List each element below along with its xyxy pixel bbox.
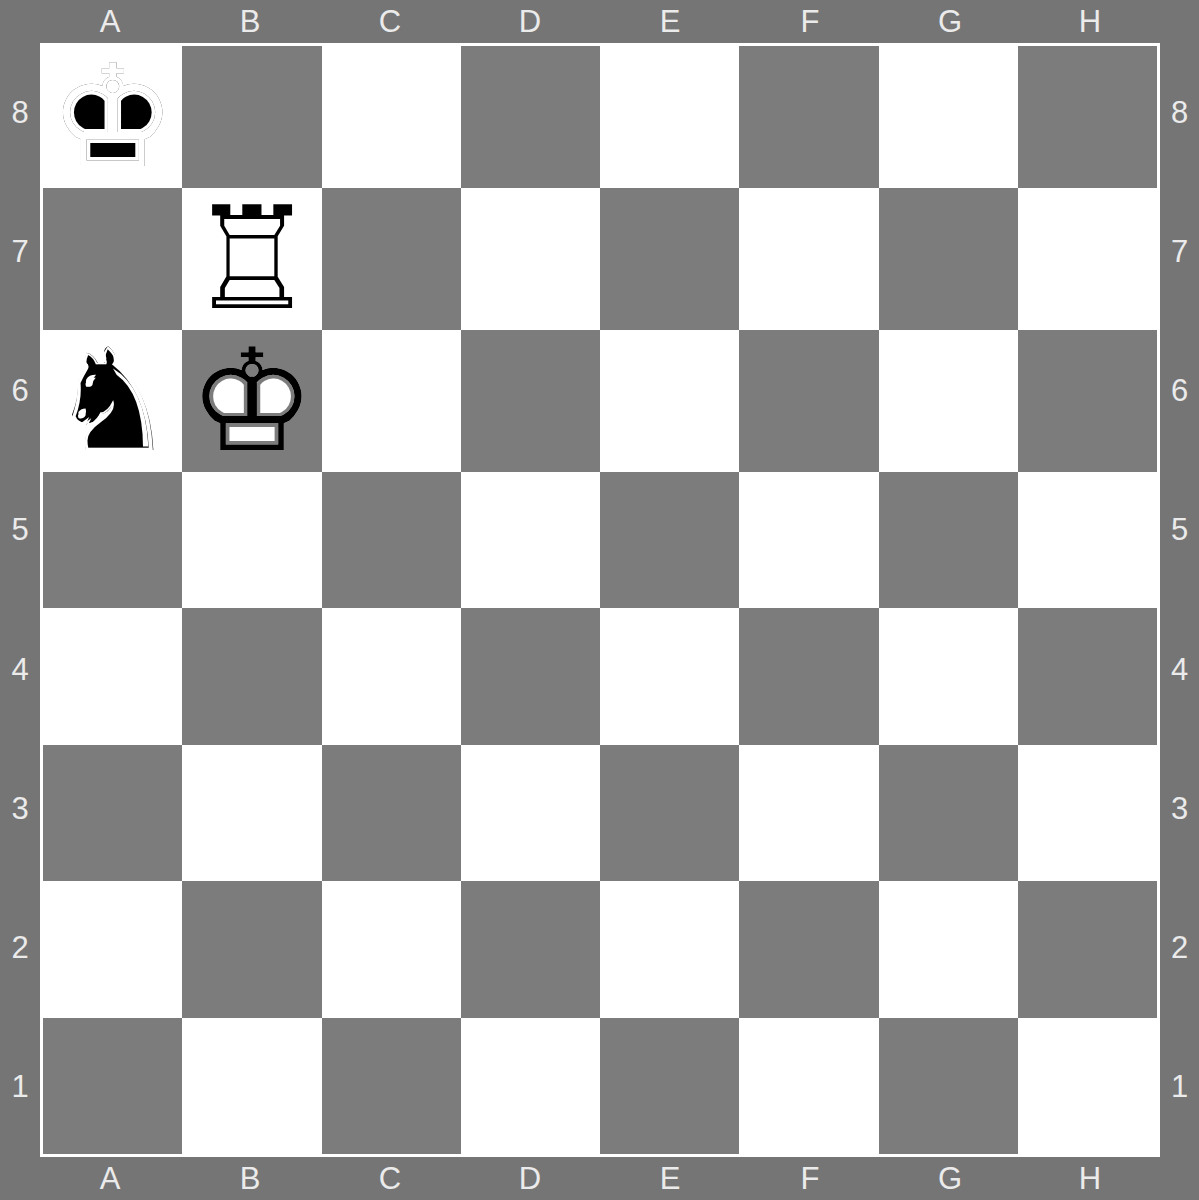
square-g2[interactable] [879, 881, 1018, 1017]
square-a5[interactable] [43, 472, 182, 608]
file-label-g: G [880, 0, 1020, 43]
square-d2[interactable] [461, 881, 600, 1017]
square-c6[interactable] [322, 330, 461, 472]
square-c1[interactable] [322, 1018, 461, 1154]
file-label-b: B [180, 1157, 320, 1200]
file-label-a: A [40, 1157, 180, 1200]
rank-label-4: 4 [1160, 600, 1199, 739]
square-d7[interactable] [461, 188, 600, 330]
square-h7[interactable] [1018, 188, 1157, 330]
square-f5[interactable] [739, 472, 878, 608]
square-e1[interactable] [600, 1018, 739, 1154]
file-label-d: D [460, 0, 600, 43]
black-king-outline-glyph: ♔ [49, 46, 176, 188]
rank-label-1: 1 [1160, 1018, 1199, 1157]
square-g3[interactable] [879, 745, 1018, 881]
square-h3[interactable] [1018, 745, 1157, 881]
square-h5[interactable] [1018, 472, 1157, 608]
square-c5[interactable] [322, 472, 461, 608]
square-d8[interactable] [461, 46, 600, 188]
square-e6[interactable] [600, 330, 739, 472]
square-e7[interactable] [600, 188, 739, 330]
file-labels-top: ABCDEFGH [40, 0, 1160, 43]
chessboard-frame: ABCDEFGH ABCDEFGH 87654321 87654321 ♚♔♜♖… [0, 0, 1199, 1200]
square-a4[interactable] [43, 608, 182, 744]
rank-label-5: 5 [1160, 461, 1199, 600]
black-knight[interactable]: ♞♘ [49, 330, 176, 472]
file-label-f: F [740, 1157, 880, 1200]
square-e5[interactable] [600, 472, 739, 608]
white-rook-outline-glyph: ♖ [188, 188, 315, 330]
rank-label-6: 6 [0, 322, 40, 461]
rank-label-6: 6 [1160, 322, 1199, 461]
file-label-f: F [740, 0, 880, 43]
file-label-e: E [600, 1157, 740, 1200]
square-d5[interactable] [461, 472, 600, 608]
square-h6[interactable] [1018, 330, 1157, 472]
square-f8[interactable] [739, 46, 878, 188]
square-g5[interactable] [879, 472, 1018, 608]
rank-label-7: 7 [0, 182, 40, 321]
file-label-d: D [460, 1157, 600, 1200]
square-b1[interactable] [182, 1018, 321, 1154]
square-a1[interactable] [43, 1018, 182, 1154]
square-f6[interactable] [739, 330, 878, 472]
square-e3[interactable] [600, 745, 739, 881]
square-h8[interactable] [1018, 46, 1157, 188]
square-g7[interactable] [879, 188, 1018, 330]
board: ♚♔♜♖♞♘♚♔ [40, 43, 1160, 1157]
square-g4[interactable] [879, 608, 1018, 744]
rank-label-3: 3 [1160, 739, 1199, 878]
rank-labels-left: 87654321 [0, 43, 40, 1157]
file-labels-bottom: ABCDEFGH [40, 1157, 1160, 1200]
black-king[interactable]: ♚♔ [49, 46, 176, 188]
file-label-c: C [320, 1157, 460, 1200]
square-b7[interactable]: ♜♖ [182, 188, 321, 330]
file-label-g: G [880, 1157, 1020, 1200]
square-h4[interactable] [1018, 608, 1157, 744]
square-d6[interactable] [461, 330, 600, 472]
square-a3[interactable] [43, 745, 182, 881]
square-f2[interactable] [739, 881, 878, 1017]
square-d1[interactable] [461, 1018, 600, 1154]
square-c2[interactable] [322, 881, 461, 1017]
white-king-outline-glyph: ♔ [188, 330, 315, 472]
white-rook[interactable]: ♜♖ [188, 188, 315, 330]
file-label-e: E [600, 0, 740, 43]
square-e4[interactable] [600, 608, 739, 744]
square-g6[interactable] [879, 330, 1018, 472]
file-label-c: C [320, 0, 460, 43]
rank-label-2: 2 [0, 879, 40, 1018]
rank-label-7: 7 [1160, 182, 1199, 321]
file-label-h: H [1020, 1157, 1160, 1200]
square-d4[interactable] [461, 608, 600, 744]
square-d3[interactable] [461, 745, 600, 881]
rank-label-8: 8 [1160, 43, 1199, 182]
square-b6[interactable]: ♚♔ [182, 330, 321, 472]
square-b3[interactable] [182, 745, 321, 881]
square-c8[interactable] [322, 46, 461, 188]
square-b2[interactable] [182, 881, 321, 1017]
square-c7[interactable] [322, 188, 461, 330]
square-f3[interactable] [739, 745, 878, 881]
square-b8[interactable] [182, 46, 321, 188]
square-c4[interactable] [322, 608, 461, 744]
square-e8[interactable] [600, 46, 739, 188]
square-h1[interactable] [1018, 1018, 1157, 1154]
square-a2[interactable] [43, 881, 182, 1017]
rank-label-8: 8 [0, 43, 40, 182]
square-e2[interactable] [600, 881, 739, 1017]
rank-label-5: 5 [0, 461, 40, 600]
square-b4[interactable] [182, 608, 321, 744]
white-king[interactable]: ♚♔ [188, 330, 315, 472]
square-a8[interactable]: ♚♔ [43, 46, 182, 188]
square-b5[interactable] [182, 472, 321, 608]
black-knight-outline-glyph: ♘ [49, 330, 176, 472]
square-a7[interactable] [43, 188, 182, 330]
square-f7[interactable] [739, 188, 878, 330]
file-label-h: H [1020, 0, 1160, 43]
square-g1[interactable] [879, 1018, 1018, 1154]
square-h2[interactable] [1018, 881, 1157, 1017]
rank-label-2: 2 [1160, 879, 1199, 1018]
square-f4[interactable] [739, 608, 878, 744]
rank-label-3: 3 [0, 739, 40, 878]
square-f1[interactable] [739, 1018, 878, 1154]
square-a6[interactable]: ♞♘ [43, 330, 182, 472]
file-label-b: B [180, 0, 320, 43]
square-g8[interactable] [879, 46, 1018, 188]
rank-label-1: 1 [0, 1018, 40, 1157]
rank-label-4: 4 [0, 600, 40, 739]
rank-labels-right: 87654321 [1160, 43, 1199, 1157]
square-c3[interactable] [322, 745, 461, 881]
